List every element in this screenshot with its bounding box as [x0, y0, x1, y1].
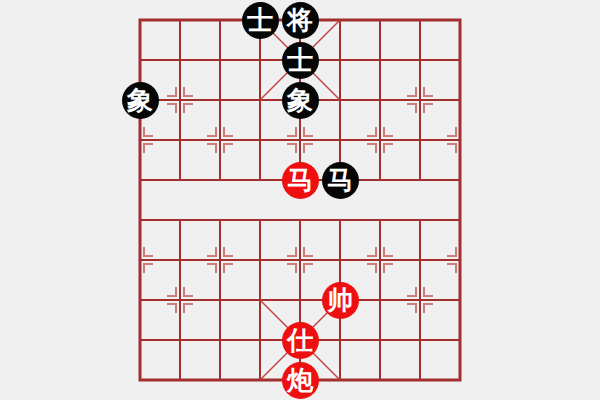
piece-black-general[interactable]: 将: [282, 2, 319, 39]
piece-red-horse[interactable]: 马: [282, 162, 319, 199]
piece-black-advisor[interactable]: 士: [282, 42, 319, 79]
pieces-layer: 士将士象象马马帅仕炮: [120, 0, 480, 400]
piece-black-elephant[interactable]: 象: [282, 82, 319, 119]
piece-red-advisor[interactable]: 仕: [282, 322, 319, 359]
piece-black-horse[interactable]: 马: [322, 162, 359, 199]
piece-black-advisor[interactable]: 士: [242, 2, 279, 39]
piece-red-cannon[interactable]: 炮: [282, 362, 319, 399]
piece-black-elephant[interactable]: 象: [122, 82, 159, 119]
piece-red-general[interactable]: 帅: [322, 282, 359, 319]
xiangqi-app: 士将士象象马马帅仕炮: [0, 0, 600, 400]
